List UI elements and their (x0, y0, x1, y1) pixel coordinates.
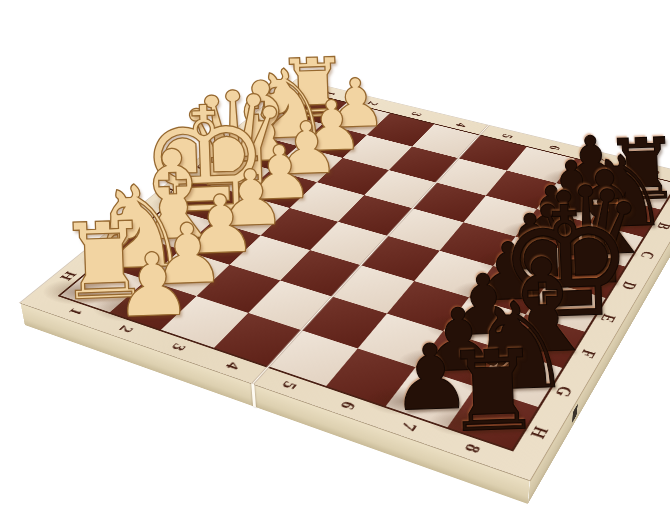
coordinate-label: 3 (408, 111, 424, 117)
coordinate-label: 3 (168, 341, 189, 352)
coordinate-label: 6 (337, 399, 360, 411)
square-g5[interactable] (302, 297, 387, 349)
coordinate-label: 4 (222, 360, 244, 371)
square-f4[interactable] (280, 250, 361, 297)
product-photo-stage: 12345678AABBCCDDEEFFGGHH12345678 ♜♞♝♛♚♝♞… (0, 0, 670, 507)
front-fold-gap (251, 383, 256, 407)
square-g4[interactable] (248, 280, 332, 330)
coordinate-label: 4 (453, 122, 470, 129)
piece-white-pawn-h2[interactable]: ♟ (113, 241, 194, 331)
piece-black-rook-h8[interactable]: ♜ (442, 334, 544, 447)
square-e5[interactable] (361, 236, 439, 281)
coordinate-label: 5 (279, 379, 301, 391)
square-f5[interactable] (333, 265, 415, 313)
coordinate-label: 5 (499, 133, 516, 140)
square-h4[interactable] (214, 313, 302, 367)
square-h5[interactable] (269, 330, 358, 386)
